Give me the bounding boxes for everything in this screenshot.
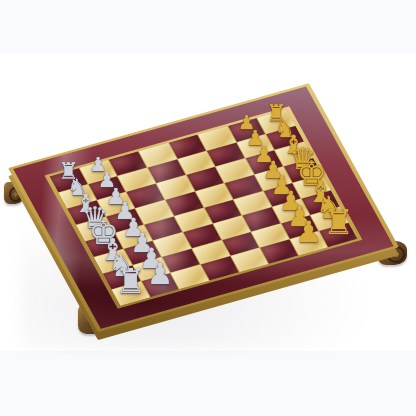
- background-band-bottom: [0, 351, 416, 416]
- background-band-top: [0, 0, 416, 53]
